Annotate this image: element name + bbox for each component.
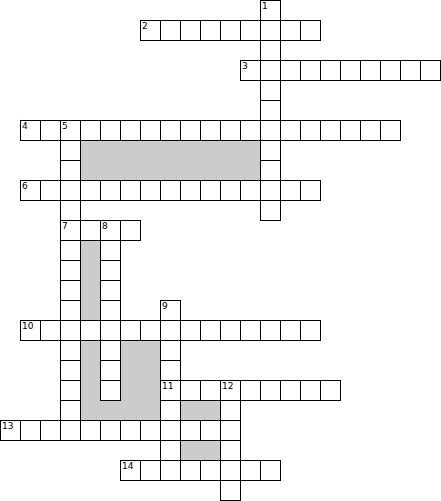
cell-r11-c4[interactable] [80, 220, 101, 241]
cell-r16-c4[interactable] [80, 320, 101, 341]
cell-r21-c8[interactable] [160, 420, 181, 441]
cell-r9-c15[interactable] [300, 180, 321, 201]
cell-r2-c13[interactable] [260, 40, 281, 61]
cell-r19-c14[interactable] [280, 380, 301, 401]
cell-r15-c5[interactable] [100, 300, 121, 321]
cell-r16-c10[interactable] [200, 320, 221, 341]
cell-r16-c3[interactable] [60, 320, 81, 341]
cell-r21-c5[interactable] [100, 420, 121, 441]
shaded-region [80, 340, 101, 421]
cell-r22-c11[interactable] [220, 440, 241, 461]
cell-r9-c14[interactable] [280, 180, 301, 201]
cell-r1-c15[interactable] [300, 20, 321, 41]
cell-r6-c3[interactable] [60, 120, 81, 141]
cell-r6-c10[interactable] [200, 120, 221, 141]
cell-r13-c5[interactable] [100, 260, 121, 281]
shaded-region [80, 240, 101, 321]
cell-r16-c13[interactable] [260, 320, 281, 341]
cell-r0-c13[interactable] [260, 0, 281, 21]
cell-r21-c1[interactable] [20, 420, 41, 441]
cell-r18-c5[interactable] [100, 360, 121, 381]
cell-r21-c7[interactable] [140, 420, 161, 441]
cell-r21-c2[interactable] [40, 420, 61, 441]
cell-r11-c6[interactable] [120, 220, 141, 241]
cell-r19-c13[interactable] [260, 380, 281, 401]
cell-r9-c9[interactable] [180, 180, 201, 201]
cell-r22-c8[interactable] [160, 440, 181, 461]
cell-r1-c8[interactable] [160, 20, 181, 41]
cell-r9-c13[interactable] [260, 180, 281, 201]
cell-r15-c8[interactable] [160, 300, 181, 321]
shaded-region [120, 340, 161, 421]
cell-r7-c3[interactable] [60, 140, 81, 161]
cell-r19-c3[interactable] [60, 380, 81, 401]
cell-r16-c9[interactable] [180, 320, 201, 341]
cell-r6-c7[interactable] [140, 120, 161, 141]
cell-r19-c12[interactable] [240, 380, 261, 401]
cell-r16-c5[interactable] [100, 320, 121, 341]
cell-r3-c21[interactable] [420, 60, 441, 81]
cell-r19-c9[interactable] [180, 380, 201, 401]
cell-r14-c5[interactable] [100, 280, 121, 301]
cell-r23-c13[interactable] [260, 460, 281, 481]
cell-r19-c15[interactable] [300, 380, 321, 401]
cell-r17-c5[interactable] [100, 340, 121, 361]
cell-r1-c12[interactable] [240, 20, 261, 41]
cell-r6-c2[interactable] [40, 120, 61, 141]
cell-r3-c12[interactable] [240, 60, 261, 81]
cell-r6-c5[interactable] [100, 120, 121, 141]
cell-r21-c4[interactable] [80, 420, 101, 441]
cell-r9-c2[interactable] [40, 180, 61, 201]
cell-r16-c8[interactable] [160, 320, 181, 341]
cell-r23-c11[interactable] [220, 460, 241, 481]
cell-r23-c6[interactable] [120, 460, 141, 481]
cell-r1-c11[interactable] [220, 20, 241, 41]
shaded-region [180, 440, 221, 461]
cell-r18-c8[interactable] [160, 360, 181, 381]
cell-r3-c19[interactable] [380, 60, 401, 81]
cell-r15-c3[interactable] [60, 300, 81, 321]
cell-r14-c3[interactable] [60, 280, 81, 301]
cell-r12-c5[interactable] [100, 240, 121, 261]
cell-r6-c13[interactable] [260, 120, 281, 141]
cell-r21-c10[interactable] [200, 420, 221, 441]
cell-r3-c15[interactable] [300, 60, 321, 81]
cell-r10-c13[interactable] [260, 200, 281, 221]
cell-r6-c18[interactable] [360, 120, 381, 141]
cell-r6-c19[interactable] [380, 120, 401, 141]
cell-r24-c11[interactable] [220, 480, 241, 501]
cell-r21-c3[interactable] [60, 420, 81, 441]
cell-r9-c3[interactable] [60, 180, 81, 201]
cell-r19-c8[interactable] [160, 380, 181, 401]
cell-r10-c3[interactable] [60, 200, 81, 221]
cell-r17-c8[interactable] [160, 340, 181, 361]
cell-r19-c16[interactable] [320, 380, 341, 401]
cell-r6-c17[interactable] [340, 120, 361, 141]
cell-r23-c8[interactable] [160, 460, 181, 481]
cell-r9-c6[interactable] [120, 180, 141, 201]
cell-r6-c4[interactable] [80, 120, 101, 141]
cell-r16-c2[interactable] [40, 320, 61, 341]
cell-r18-c3[interactable] [60, 360, 81, 381]
cell-r3-c18[interactable] [360, 60, 381, 81]
cell-r3-c17[interactable] [340, 60, 361, 81]
cell-r9-c8[interactable] [160, 180, 181, 201]
cell-r7-c13[interactable] [260, 140, 281, 161]
cell-r1-c13[interactable] [260, 20, 281, 41]
cell-r9-c1[interactable] [20, 180, 41, 201]
cell-r6-c12[interactable] [240, 120, 261, 141]
cell-r5-c13[interactable] [260, 100, 281, 121]
cell-r16-c11[interactable] [220, 320, 241, 341]
cell-r16-c7[interactable] [140, 320, 161, 341]
cell-r3-c14[interactable] [280, 60, 301, 81]
cell-r6-c11[interactable] [220, 120, 241, 141]
crossword-board: 1234567891011121314 [0, 0, 441, 501]
cell-r1-c9[interactable] [180, 20, 201, 41]
cell-r9-c5[interactable] [100, 180, 121, 201]
cell-r17-c3[interactable] [60, 340, 81, 361]
cell-r8-c13[interactable] [260, 160, 281, 181]
cell-r23-c10[interactable] [200, 460, 221, 481]
cell-r19-c11[interactable] [220, 380, 241, 401]
cell-r20-c8[interactable] [160, 400, 181, 421]
cell-r8-c3[interactable] [60, 160, 81, 181]
cell-r23-c9[interactable] [180, 460, 201, 481]
cell-r9-c4[interactable] [80, 180, 101, 201]
cell-r20-c11[interactable] [220, 400, 241, 421]
cell-r6-c8[interactable] [160, 120, 181, 141]
cell-r19-c10[interactable] [200, 380, 221, 401]
cell-r16-c12[interactable] [240, 320, 261, 341]
cell-r21-c11[interactable] [220, 420, 241, 441]
cell-r11-c5[interactable] [100, 220, 121, 241]
cell-r4-c13[interactable] [260, 80, 281, 101]
cell-r6-c9[interactable] [180, 120, 201, 141]
cell-r13-c3[interactable] [60, 260, 81, 281]
cell-r3-c16[interactable] [320, 60, 341, 81]
cell-r20-c3[interactable] [60, 400, 81, 421]
cell-r6-c6[interactable] [120, 120, 141, 141]
cell-r3-c13[interactable] [260, 60, 281, 81]
cell-r6-c15[interactable] [300, 120, 321, 141]
cell-r9-c7[interactable] [140, 180, 161, 201]
cell-r11-c3[interactable] [60, 220, 81, 241]
cell-r21-c9[interactable] [180, 420, 201, 441]
shaded-region [80, 140, 261, 181]
cell-r16-c6[interactable] [120, 320, 141, 341]
cell-r16-c1[interactable] [20, 320, 41, 341]
cell-r6-c16[interactable] [320, 120, 341, 141]
cell-r1-c14[interactable] [280, 20, 301, 41]
cell-r23-c12[interactable] [240, 460, 261, 481]
cell-r9-c11[interactable] [220, 180, 241, 201]
cell-r9-c12[interactable] [240, 180, 261, 201]
cell-r6-c14[interactable] [280, 120, 301, 141]
shaded-region [100, 400, 121, 421]
cell-r12-c3[interactable] [60, 240, 81, 261]
cell-r3-c20[interactable] [400, 60, 421, 81]
cell-r16-c14[interactable] [280, 320, 301, 341]
cell-r1-c7[interactable] [140, 20, 161, 41]
cell-r19-c5[interactable] [100, 380, 121, 401]
cell-r1-c10[interactable] [200, 20, 221, 41]
cell-r16-c15[interactable] [300, 320, 321, 341]
cell-r21-c6[interactable] [120, 420, 141, 441]
cell-r23-c7[interactable] [140, 460, 161, 481]
cell-r9-c10[interactable] [200, 180, 221, 201]
cell-r6-c1[interactable] [20, 120, 41, 141]
shaded-region [180, 400, 221, 421]
cell-r21-c0[interactable] [0, 420, 21, 441]
